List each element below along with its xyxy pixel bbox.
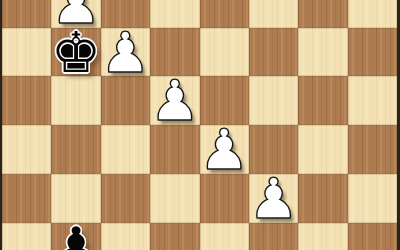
white-pawn-e4[interactable]: ♟ — [200, 126, 249, 175]
square-e6[interactable] — [200, 28, 249, 77]
square-e4[interactable]: ♟ — [200, 125, 249, 174]
square-g4[interactable] — [298, 125, 347, 174]
square-a6[interactable] — [2, 28, 51, 77]
square-h3[interactable] — [348, 174, 397, 223]
square-d7[interactable] — [150, 0, 199, 28]
square-a7[interactable] — [2, 0, 51, 28]
square-h5[interactable] — [348, 76, 397, 125]
square-a3[interactable] — [2, 174, 51, 223]
square-a2[interactable] — [2, 223, 51, 250]
square-a5[interactable] — [2, 76, 51, 125]
black-king-b6[interactable]: ♚ — [51, 29, 100, 78]
square-d5[interactable]: ♟ — [150, 76, 199, 125]
chess-diagram: ♟♚♟♟♟♟♟ — [0, 0, 400, 250]
square-c4[interactable] — [101, 125, 150, 174]
square-e7[interactable] — [200, 0, 249, 28]
square-f3[interactable]: ♟ — [249, 174, 298, 223]
square-c3[interactable] — [101, 174, 150, 223]
square-b6[interactable]: ♚ — [51, 28, 100, 77]
square-h7[interactable] — [348, 0, 397, 28]
square-g6[interactable] — [298, 28, 347, 77]
square-c6[interactable]: ♟ — [101, 28, 150, 77]
square-h6[interactable] — [348, 28, 397, 77]
square-g2[interactable] — [298, 223, 347, 250]
black-pawn-b2[interactable]: ♟ — [51, 224, 100, 250]
square-d3[interactable] — [150, 174, 199, 223]
square-g3[interactable] — [298, 174, 347, 223]
square-g5[interactable] — [298, 76, 347, 125]
square-h4[interactable] — [348, 125, 397, 174]
square-f6[interactable] — [249, 28, 298, 77]
square-b2[interactable]: ♟ — [51, 223, 100, 250]
square-f5[interactable] — [249, 76, 298, 125]
square-e2[interactable] — [200, 223, 249, 250]
square-g7[interactable] — [298, 0, 347, 28]
white-pawn-d5[interactable]: ♟ — [150, 77, 199, 126]
white-pawn-f3[interactable]: ♟ — [249, 175, 298, 224]
square-a4[interactable] — [2, 125, 51, 174]
square-f7[interactable] — [249, 0, 298, 28]
square-d2[interactable] — [150, 223, 199, 250]
square-b4[interactable] — [51, 125, 100, 174]
white-pawn-c6[interactable]: ♟ — [101, 29, 150, 78]
chess-board: ♟♚♟♟♟♟♟ — [2, 0, 397, 250]
square-h2[interactable] — [348, 223, 397, 250]
square-c2[interactable] — [101, 223, 150, 250]
